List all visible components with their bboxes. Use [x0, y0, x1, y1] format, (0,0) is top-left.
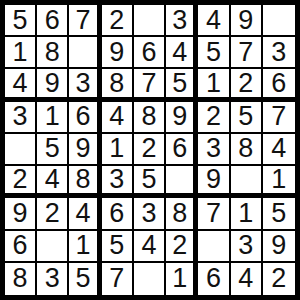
given-digit: 1 — [206, 70, 221, 97]
cell-r3c5[interactable]: 7 — [134, 69, 166, 101]
given-digit: 8 — [172, 200, 187, 227]
given-digit: 8 — [13, 265, 28, 292]
given-digit: 6 — [271, 70, 286, 97]
cell-r7c9[interactable]: 5 — [263, 198, 295, 230]
given-digit: 7 — [271, 103, 286, 130]
given-digit: 4 — [13, 70, 28, 97]
given-digit: 9 — [238, 7, 253, 34]
cell-r8c7[interactable] — [198, 231, 230, 263]
given-digit: 2 — [271, 265, 286, 292]
cell-r6c2[interactable]: 4 — [37, 166, 69, 198]
given-digit: 7 — [141, 70, 156, 97]
cell-r3c9[interactable]: 6 — [263, 69, 295, 101]
given-digit: 9 — [109, 39, 124, 66]
cell-r6c5[interactable]: 5 — [134, 166, 166, 198]
cell-r2c5[interactable]: 6 — [134, 37, 166, 69]
given-digit: 1 — [13, 39, 28, 66]
cell-r5c3[interactable]: 9 — [69, 134, 101, 166]
cell-r5c7[interactable]: 3 — [198, 134, 230, 166]
cell-r2c2[interactable]: 8 — [37, 37, 69, 69]
given-digit: 1 — [238, 200, 253, 227]
given-digit: 7 — [238, 39, 253, 66]
cell-r1c5[interactable] — [134, 5, 166, 37]
given-digit: 3 — [206, 135, 221, 162]
cell-r9c5[interactable] — [134, 263, 166, 295]
given-digit: 3 — [109, 166, 124, 193]
given-digit: 8 — [238, 135, 253, 162]
cell-r8c8[interactable]: 3 — [231, 231, 263, 263]
cell-r7c5[interactable]: 3 — [134, 198, 166, 230]
given-digit: 5 — [45, 135, 60, 162]
cell-r2c1[interactable]: 1 — [5, 37, 37, 69]
given-digit: 3 — [238, 232, 253, 259]
cell-r3c7[interactable]: 1 — [198, 69, 230, 101]
cell-r8c9[interactable]: 9 — [263, 231, 295, 263]
given-digit: 4 — [271, 135, 286, 162]
cell-r6c1[interactable]: 2 — [5, 166, 37, 198]
cell-r3c8[interactable]: 2 — [231, 69, 263, 101]
cell-r3c2[interactable]: 9 — [37, 69, 69, 101]
cell-r5c5[interactable]: 2 — [134, 134, 166, 166]
cell-r6c8[interactable] — [231, 166, 263, 198]
given-digit: 6 — [141, 39, 156, 66]
given-digit: 1 — [271, 166, 286, 193]
cell-r2c3[interactable] — [69, 37, 101, 69]
given-digit: 2 — [13, 166, 28, 193]
cell-r2c8[interactable]: 7 — [231, 37, 263, 69]
cell-r9c8[interactable]: 4 — [231, 263, 263, 295]
given-digit: 2 — [238, 70, 253, 97]
given-digit: 3 — [141, 200, 156, 227]
given-digit: 5 — [141, 166, 156, 193]
cell-r9c4[interactable]: 7 — [102, 263, 134, 295]
cell-r7c7[interactable]: 7 — [198, 198, 230, 230]
given-digit: 9 — [45, 70, 60, 97]
given-digit: 6 — [109, 200, 124, 227]
given-digit: 9 — [172, 103, 187, 130]
given-digit: 1 — [109, 135, 124, 162]
cell-r4c2[interactable]: 1 — [37, 102, 69, 134]
given-digit: 5 — [13, 7, 28, 34]
given-digit: 2 — [45, 200, 60, 227]
given-digit: 7 — [206, 200, 221, 227]
cell-r8c2[interactable] — [37, 231, 69, 263]
cell-r7c4[interactable]: 6 — [102, 198, 134, 230]
cell-r5c1[interactable] — [5, 134, 37, 166]
given-digit: 3 — [271, 39, 286, 66]
given-digit: 5 — [238, 103, 253, 130]
given-digit: 6 — [13, 232, 28, 259]
given-digit: 9 — [271, 232, 286, 259]
cell-r4c5[interactable]: 8 — [134, 102, 166, 134]
given-digit: 7 — [109, 265, 124, 292]
given-digit: 5 — [271, 200, 286, 227]
cell-r4c6[interactable]: 9 — [166, 102, 198, 134]
cell-r1c3[interactable]: 7 — [69, 5, 101, 37]
cell-r4c9[interactable]: 7 — [263, 102, 295, 134]
cell-r4c8[interactable]: 5 — [231, 102, 263, 134]
cell-r9c3[interactable]: 5 — [69, 263, 101, 295]
cell-r1c6[interactable]: 3 — [166, 5, 198, 37]
cell-r2c6[interactable]: 4 — [166, 37, 198, 69]
given-digit: 1 — [76, 232, 91, 259]
cell-r7c2[interactable]: 2 — [37, 198, 69, 230]
given-digit: 9 — [76, 135, 91, 162]
given-digit: 1 — [45, 103, 60, 130]
cell-r6c6[interactable] — [166, 166, 198, 198]
cell-r7c6[interactable]: 8 — [166, 198, 198, 230]
given-digit: 6 — [172, 135, 187, 162]
given-digit: 4 — [45, 166, 60, 193]
cell-r1c9[interactable] — [263, 5, 295, 37]
cell-r6c3[interactable]: 8 — [69, 166, 101, 198]
cell-r6c9[interactable]: 1 — [263, 166, 295, 198]
given-digit: 9 — [13, 200, 28, 227]
given-digit: 2 — [141, 135, 156, 162]
cell-r2c4[interactable]: 9 — [102, 37, 134, 69]
given-digit: 8 — [45, 39, 60, 66]
cell-r3c6[interactable]: 5 — [166, 69, 198, 101]
given-digit: 6 — [76, 103, 91, 130]
cell-r5c9[interactable]: 4 — [263, 134, 295, 166]
given-digit: 4 — [76, 200, 91, 227]
given-digit: 4 — [109, 103, 124, 130]
cell-r7c1[interactable]: 9 — [5, 198, 37, 230]
cell-r6c7[interactable]: 9 — [198, 166, 230, 198]
cell-r8c4[interactable]: 5 — [102, 231, 134, 263]
cell-r4c4[interactable]: 4 — [102, 102, 134, 134]
given-digit: 4 — [206, 7, 221, 34]
cell-r5c8[interactable]: 8 — [231, 134, 263, 166]
given-digit: 7 — [76, 7, 91, 34]
given-digit: 5 — [206, 39, 221, 66]
cell-r5c6[interactable]: 6 — [166, 134, 198, 166]
given-digit: 2 — [206, 103, 221, 130]
given-digit: 4 — [141, 232, 156, 259]
given-digit: 2 — [109, 7, 124, 34]
cell-r9c2[interactable]: 3 — [37, 263, 69, 295]
cell-r9c6[interactable]: 1 — [166, 263, 198, 295]
cell-r9c9[interactable]: 2 — [263, 263, 295, 295]
given-digit: 9 — [206, 166, 221, 193]
given-digit: 4 — [238, 265, 253, 292]
given-digit: 6 — [206, 265, 221, 292]
given-digit: 5 — [76, 265, 91, 292]
cell-r1c2[interactable]: 6 — [37, 5, 69, 37]
given-digit: 5 — [172, 70, 187, 97]
given-digit: 8 — [76, 166, 91, 193]
cell-r4c7[interactable]: 2 — [198, 102, 230, 134]
given-digit: 3 — [13, 103, 28, 130]
given-digit: 8 — [141, 103, 156, 130]
sudoku-board: 5672349189645734938751263164892575912638… — [0, 0, 300, 300]
cell-r3c3[interactable]: 3 — [69, 69, 101, 101]
given-digit: 3 — [76, 70, 91, 97]
cell-r5c2[interactable]: 5 — [37, 134, 69, 166]
cell-r4c1[interactable]: 3 — [5, 102, 37, 134]
given-digit: 1 — [172, 265, 187, 292]
cell-r7c3[interactable]: 4 — [69, 198, 101, 230]
cell-r4c3[interactable]: 6 — [69, 102, 101, 134]
cell-r1c8[interactable]: 9 — [231, 5, 263, 37]
cell-r8c1[interactable]: 6 — [5, 231, 37, 263]
cell-r3c4[interactable]: 8 — [102, 69, 134, 101]
cell-r8c6[interactable]: 2 — [166, 231, 198, 263]
given-digit: 3 — [172, 7, 187, 34]
given-digit: 4 — [172, 39, 187, 66]
cell-r6c4[interactable]: 3 — [102, 166, 134, 198]
cell-r3c1[interactable]: 4 — [5, 69, 37, 101]
cell-r5c4[interactable]: 1 — [102, 134, 134, 166]
given-digit: 5 — [109, 232, 124, 259]
given-digit: 6 — [45, 7, 60, 34]
cell-r7c8[interactable]: 1 — [231, 198, 263, 230]
cell-r2c7[interactable]: 5 — [198, 37, 230, 69]
given-digit: 3 — [45, 265, 60, 292]
cell-r1c1[interactable]: 5 — [5, 5, 37, 37]
given-digit: 2 — [172, 232, 187, 259]
cell-r1c7[interactable]: 4 — [198, 5, 230, 37]
given-digit: 8 — [109, 70, 124, 97]
cell-r2c9[interactable]: 3 — [263, 37, 295, 69]
cell-r8c3[interactable]: 1 — [69, 231, 101, 263]
cell-r9c7[interactable]: 6 — [198, 263, 230, 295]
cell-r9c1[interactable]: 8 — [5, 263, 37, 295]
cell-r8c5[interactable]: 4 — [134, 231, 166, 263]
cell-r1c4[interactable]: 2 — [102, 5, 134, 37]
